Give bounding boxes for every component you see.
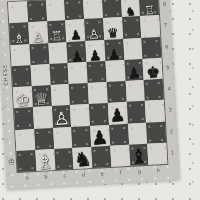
square-b2[interactable]: [34, 128, 54, 150]
square-e8[interactable]: [83, 0, 103, 19]
square-e7[interactable]: ♙: [84, 18, 104, 40]
square-h2[interactable]: [146, 121, 166, 143]
square-a4[interactable]: ♔: [13, 86, 33, 108]
square-e5[interactable]: [87, 61, 107, 83]
square-e4[interactable]: [88, 82, 108, 104]
square-d3[interactable]: [70, 104, 90, 126]
rank-label-7: 7: [160, 15, 171, 37]
square-c5[interactable]: [49, 63, 69, 85]
file-label-b: b: [36, 171, 56, 186]
square-b6[interactable]: [29, 43, 49, 65]
piece-white-bishop: ♗: [35, 151, 55, 173]
square-g2[interactable]: [128, 122, 148, 144]
square-a8[interactable]: [8, 1, 28, 23]
rank-label-1: 1: [167, 142, 178, 164]
square-f2[interactable]: [109, 123, 129, 145]
file-label-h: h: [149, 165, 169, 180]
square-f5[interactable]: [105, 60, 125, 82]
square-g5[interactable]: ♟: [124, 59, 144, 81]
piece-black-knight: ♞: [73, 149, 93, 171]
square-h8[interactable]: ♖: [139, 0, 159, 16]
file-label-g: g: [130, 166, 150, 181]
square-g7[interactable]: [122, 16, 142, 38]
square-h4[interactable]: [144, 79, 164, 101]
square-b5[interactable]: [30, 64, 50, 86]
board-grid: ♞♖♗♙♖♟♙♛♟♟♟♟♚♔♕♙♟♟♗♞♝: [8, 0, 167, 172]
square-b4[interactable]: ♕: [32, 85, 52, 107]
file-label-d: d: [74, 169, 94, 184]
square-h7[interactable]: [140, 15, 160, 37]
square-a2[interactable]: [15, 129, 35, 151]
rank-label-2: 2: [166, 121, 177, 143]
square-g6[interactable]: [123, 37, 143, 59]
rank-label-5: 5: [162, 57, 173, 79]
square-c2[interactable]: [53, 126, 73, 148]
file-label-f: f: [111, 167, 131, 182]
square-b1[interactable]: ♗: [35, 149, 55, 171]
square-e6[interactable]: ♟: [85, 40, 105, 62]
square-a3[interactable]: [14, 107, 34, 129]
rank-label-3: 3: [165, 99, 176, 121]
square-c1[interactable]: [54, 148, 74, 170]
piece-black-bishop: ♝: [129, 145, 149, 167]
square-g3[interactable]: [126, 101, 146, 123]
square-e1[interactable]: [91, 146, 111, 168]
square-e3[interactable]: [89, 103, 109, 125]
square-c8[interactable]: [46, 0, 66, 21]
file-label-a: a: [18, 172, 38, 187]
square-b3[interactable]: [33, 106, 53, 128]
square-d7[interactable]: ♟: [65, 19, 85, 41]
square-d5[interactable]: [68, 62, 88, 84]
square-a6[interactable]: [10, 44, 30, 66]
square-g4[interactable]: [125, 80, 145, 102]
square-f4[interactable]: [106, 81, 126, 103]
square-f6[interactable]: ♟: [104, 38, 124, 60]
file-label-c: c: [55, 170, 75, 185]
square-h3[interactable]: [145, 100, 165, 122]
square-g1[interactable]: ♝: [129, 144, 149, 166]
square-e2[interactable]: ♟: [90, 124, 110, 146]
square-g8[interactable]: ♞: [120, 0, 140, 17]
file-label-e: e: [92, 168, 112, 183]
square-d2[interactable]: [71, 125, 91, 147]
square-d4[interactable]: [69, 83, 89, 105]
square-f3[interactable]: ♟: [108, 102, 128, 124]
square-a7[interactable]: ♗: [9, 22, 29, 44]
square-b8[interactable]: [27, 0, 47, 22]
square-a1[interactable]: [16, 150, 36, 172]
rank-label-8: 8: [159, 0, 170, 15]
rank-label-6: 6: [161, 36, 172, 58]
square-b7[interactable]: ♙: [28, 21, 48, 43]
square-c4[interactable]: [50, 84, 70, 106]
square-f8[interactable]: [102, 0, 122, 18]
square-h6[interactable]: [141, 36, 161, 58]
rank-label-4: 4: [164, 78, 175, 100]
square-d8[interactable]: [64, 0, 84, 20]
square-h5[interactable]: ♚: [143, 58, 163, 80]
square-d1[interactable]: ♞: [73, 147, 93, 169]
square-a5[interactable]: [12, 65, 32, 87]
square-f1[interactable]: [110, 145, 130, 167]
square-c6[interactable]: [48, 42, 68, 64]
square-c3[interactable]: ♙: [51, 105, 71, 127]
photo-frame: CHESS ♔ ♞♖♗♙♖♟♙♛♟♟♟♟♚♔♕♙♟♟♗♞♝ 87654321 a…: [0, 0, 200, 200]
square-f7[interactable]: ♛: [103, 17, 123, 39]
chess-board: CHESS ♔ ♞♖♗♙♖♟♙♛♟♟♟♟♚♔♕♙♟♟♗♞♝ 87654321 a…: [0, 0, 179, 190]
square-h1[interactable]: [147, 142, 167, 164]
square-c7[interactable]: ♖: [47, 20, 67, 42]
square-d6[interactable]: ♟: [67, 41, 87, 63]
